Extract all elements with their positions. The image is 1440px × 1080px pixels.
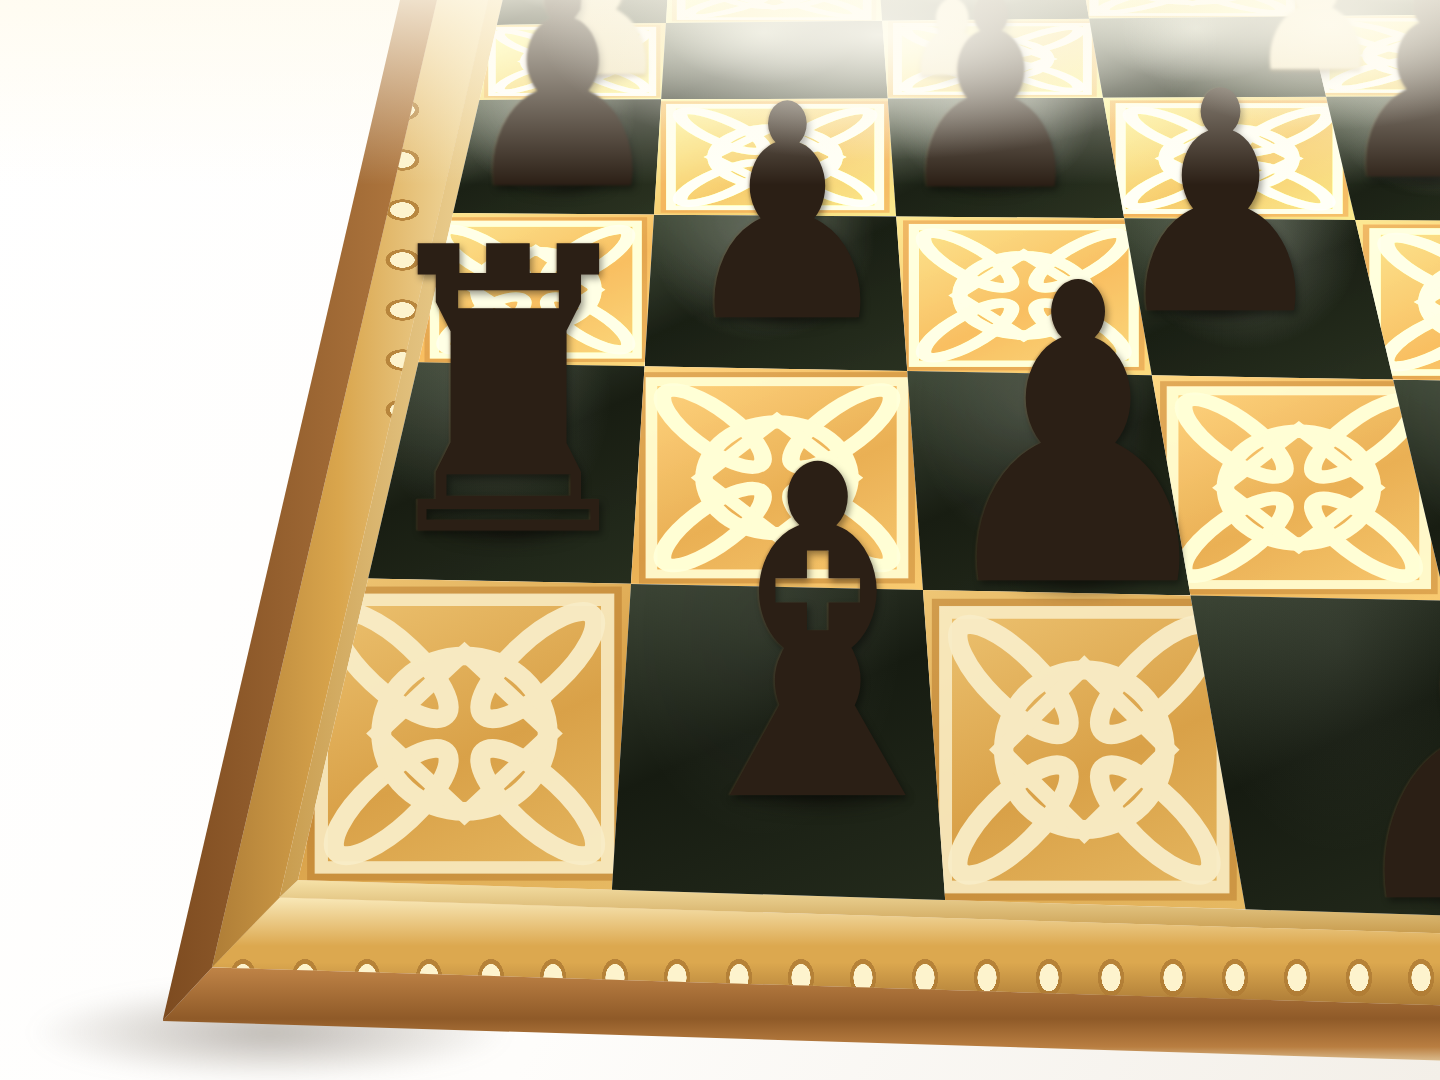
piece-black-pawn-e1[interactable]: ♟ xyxy=(1263,493,1440,972)
piece-glyph: ♟ xyxy=(1306,493,1440,972)
chessboard-photo: ♜♝♟♟♟♟♟♟♟♟♟♟ xyxy=(0,0,1440,1080)
piece-black-bishop-b1[interactable]: ♝ xyxy=(589,408,1047,866)
piece-glyph: ♝ xyxy=(630,408,1005,866)
